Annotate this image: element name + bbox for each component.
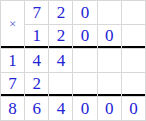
grid-cell-r3c1: 1: [1, 49, 24, 72]
grid-cell-r3c6: [122, 49, 145, 72]
grid-cell-r1c2: 7: [25, 1, 48, 24]
grid-cell-r3c4: [73, 49, 96, 72]
grid-cell-r2c5: 0: [98, 25, 121, 48]
grid-cell-r5c6: 0: [122, 97, 145, 120]
grid-cell-r5c4: 0: [73, 97, 96, 120]
grid-cell-r4c5: [98, 73, 121, 96]
grid-cell-r2c3: 2: [49, 25, 72, 48]
grid-cell-r5c1: 8: [1, 97, 24, 120]
grid-cell-r4c2: 2: [25, 73, 48, 96]
grid-cell-r4c4: [73, 73, 96, 96]
grid-cell-r4c1: 7: [1, 73, 24, 96]
grid-cell-r3c5: [98, 49, 121, 72]
grid-cell-r1c6: [122, 1, 145, 24]
grid-cell-r1c5: [98, 1, 121, 24]
grid-cell-r5c5: 0: [98, 97, 121, 120]
multiply-sign-cell: ×: [1, 1, 24, 48]
grid-cell-r2c6: [122, 25, 145, 48]
grid-cell-r2c4: 0: [73, 25, 96, 48]
long-multiplication-board: × 7 2 0 1 2 0 0 1 4 4 7 2 8 6 4 0 0 0: [0, 0, 146, 121]
grid-cell-r3c3: 4: [49, 49, 72, 72]
grid-cell-r4c6: [122, 73, 145, 96]
grid-cell-r1c3: 2: [49, 1, 72, 24]
grid-cell-r4c3: [49, 73, 72, 96]
grid-cell-r5c2: 6: [25, 97, 48, 120]
grid-cell-r5c3: 4: [49, 97, 72, 120]
grid-cell-r3c2: 4: [25, 49, 48, 72]
grid-cell-r1c4: 0: [73, 1, 96, 24]
grid-cell-r2c2: 1: [25, 25, 48, 48]
